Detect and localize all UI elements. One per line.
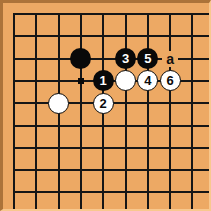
hoshi-star-point-marker bbox=[78, 78, 84, 84]
white-stone bbox=[48, 93, 69, 114]
point-label-a: a bbox=[162, 51, 178, 67]
grid-line-vertical bbox=[125, 13, 127, 211]
grid-line-vertical bbox=[191, 13, 193, 211]
white-stone-move-2: 2 bbox=[93, 93, 114, 114]
grid-line-horizontal bbox=[13, 125, 211, 127]
grid-line-horizontal bbox=[13, 169, 211, 171]
black-stone-move-1: 1 bbox=[93, 70, 114, 91]
white-stone bbox=[115, 70, 136, 91]
black-stone-move-3: 3 bbox=[115, 48, 136, 69]
grid-line-horizontal bbox=[13, 147, 211, 149]
white-stone-move-4: 4 bbox=[137, 70, 158, 91]
black-stone bbox=[70, 48, 91, 69]
grid-line-horizontal bbox=[13, 58, 211, 60]
grid-line-vertical bbox=[35, 13, 37, 211]
grid-line-vertical bbox=[13, 13, 15, 211]
grid-line-horizontal bbox=[13, 35, 211, 37]
white-stone-move-6: 6 bbox=[160, 70, 181, 91]
go-board-diagram: a135246 bbox=[0, 0, 211, 211]
grid-line-vertical bbox=[147, 13, 149, 211]
grid-line-horizontal bbox=[13, 191, 211, 193]
grid-line-vertical bbox=[80, 13, 82, 211]
grid-line-horizontal bbox=[13, 13, 211, 15]
black-stone-move-5: 5 bbox=[137, 48, 158, 69]
grid-line-vertical bbox=[169, 13, 171, 211]
